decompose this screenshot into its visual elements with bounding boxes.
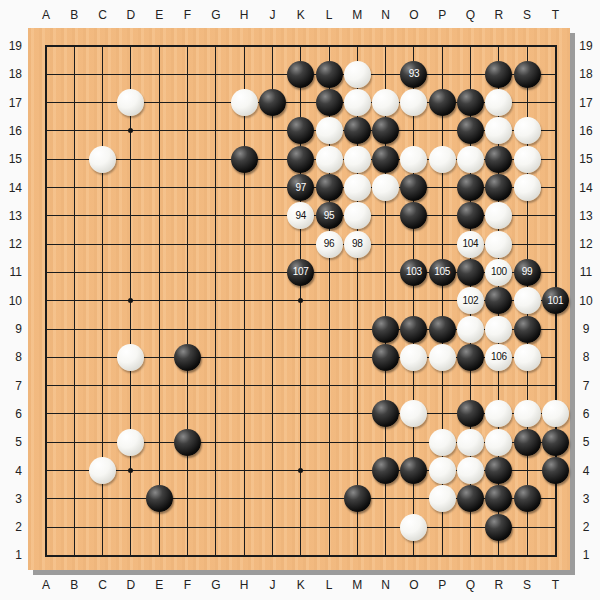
stone-M16-black	[344, 117, 371, 144]
coord-label-right-9: 9	[576, 322, 596, 336]
stone-S9-black	[514, 316, 541, 343]
coord-label-right-8: 8	[576, 350, 596, 364]
stone-P15-white	[429, 146, 456, 173]
coord-label-right-19: 19	[576, 39, 596, 53]
stone-L16-white	[316, 117, 343, 144]
coord-label-top-S: S	[517, 8, 537, 22]
stone-P3-white	[429, 485, 456, 512]
move-number-label: 104	[463, 239, 479, 249]
coord-label-left-7: 7	[2, 379, 22, 393]
stone-P11-black: 105	[429, 259, 456, 286]
coord-label-bottom-M: M	[347, 578, 367, 592]
stone-P17-black	[429, 89, 456, 116]
move-number-label: 105	[434, 267, 450, 277]
stone-D8-white	[117, 344, 144, 371]
coord-label-left-8: 8	[2, 350, 22, 364]
coord-label-left-11: 11	[2, 265, 22, 279]
move-number-label: 97	[295, 183, 306, 193]
stone-Q9-white	[457, 316, 484, 343]
coord-label-top-M: M	[347, 8, 367, 22]
coord-label-bottom-G: G	[206, 578, 226, 592]
stone-F5-black	[174, 429, 201, 456]
stone-Q17-black	[457, 89, 484, 116]
stone-K11-black: 107	[287, 259, 314, 286]
coord-label-right-18: 18	[576, 67, 596, 81]
stone-Q12-white: 104	[457, 231, 484, 258]
move-number-label: 98	[352, 239, 363, 249]
coord-label-top-T: T	[545, 8, 565, 22]
coord-label-top-N: N	[376, 8, 396, 22]
coord-label-bottom-K: K	[291, 578, 311, 592]
stone-Q5-white	[457, 429, 484, 456]
stone-Q11-black	[457, 259, 484, 286]
coord-label-top-F: F	[178, 8, 198, 22]
stone-N15-black	[372, 146, 399, 173]
stone-H17-white	[231, 89, 258, 116]
move-number-label: 99	[522, 267, 533, 277]
stone-O2-white	[400, 514, 427, 541]
stone-R8-white: 106	[485, 344, 512, 371]
coord-label-bottom-B: B	[64, 578, 84, 592]
coord-label-bottom-R: R	[489, 578, 509, 592]
coord-label-bottom-N: N	[376, 578, 396, 592]
coord-label-right-16: 16	[576, 124, 596, 138]
coord-label-top-K: K	[291, 8, 311, 22]
coord-label-left-3: 3	[2, 492, 22, 506]
coord-label-top-A: A	[36, 8, 56, 22]
coord-label-bottom-J: J	[262, 578, 282, 592]
coord-label-left-10: 10	[2, 294, 22, 308]
stone-L17-black	[316, 89, 343, 116]
coord-label-bottom-T: T	[545, 578, 565, 592]
move-number-label: 93	[409, 69, 420, 79]
stone-T5-black	[542, 429, 569, 456]
move-number-label: 107	[293, 267, 309, 277]
stone-Q4-white	[457, 457, 484, 484]
coord-label-bottom-Q: Q	[461, 578, 481, 592]
stone-Q15-white	[457, 146, 484, 173]
coord-label-right-5: 5	[576, 435, 596, 449]
coord-label-left-9: 9	[2, 322, 22, 336]
stone-R15-black	[485, 146, 512, 173]
stone-O9-black	[400, 316, 427, 343]
coord-label-right-6: 6	[576, 407, 596, 421]
coord-label-left-13: 13	[2, 209, 22, 223]
stone-H15-black	[231, 146, 258, 173]
stone-M13-white	[344, 202, 371, 229]
stone-R9-white	[485, 316, 512, 343]
stone-P9-black	[429, 316, 456, 343]
coord-label-top-P: P	[432, 8, 452, 22]
coord-label-bottom-A: A	[36, 578, 56, 592]
coord-label-bottom-O: O	[404, 578, 424, 592]
stone-M14-white	[344, 174, 371, 201]
coord-label-top-H: H	[234, 8, 254, 22]
move-number-label: 101	[547, 296, 563, 306]
coord-label-right-17: 17	[576, 96, 596, 110]
coord-label-left-17: 17	[2, 96, 22, 110]
stone-D5-white	[117, 429, 144, 456]
stone-S6-white	[514, 400, 541, 427]
stone-Q10-white: 102	[457, 287, 484, 314]
stone-K15-black	[287, 146, 314, 173]
stone-S10-white	[514, 287, 541, 314]
stone-R2-black	[485, 514, 512, 541]
stone-S3-black	[514, 485, 541, 512]
stone-L18-black	[316, 61, 343, 88]
stone-N4-black	[372, 457, 399, 484]
coord-label-bottom-F: F	[178, 578, 198, 592]
stone-F8-black	[174, 344, 201, 371]
stone-P4-white	[429, 457, 456, 484]
stone-M15-white	[344, 146, 371, 173]
move-number-label: 100	[491, 267, 507, 277]
go-game-screen: 93979495969810410710310510099102101106 A…	[0, 0, 600, 600]
move-number-label: 102	[463, 296, 479, 306]
stone-O18-black: 93	[400, 61, 427, 88]
stone-Q8-black	[457, 344, 484, 371]
stone-O15-white	[400, 146, 427, 173]
stone-K18-black	[287, 61, 314, 88]
stone-T4-black	[542, 457, 569, 484]
move-number-label: 94	[295, 211, 306, 221]
stone-R11-white: 100	[485, 259, 512, 286]
stone-N17-white	[372, 89, 399, 116]
stone-S5-black	[514, 429, 541, 456]
stone-O8-white	[400, 344, 427, 371]
coord-label-right-14: 14	[576, 181, 596, 195]
stone-P8-white	[429, 344, 456, 371]
coord-label-bottom-P: P	[432, 578, 452, 592]
stone-S15-white	[514, 146, 541, 173]
stone-S18-black	[514, 61, 541, 88]
stone-T6-white	[542, 400, 569, 427]
stone-N14-white	[372, 174, 399, 201]
coord-label-right-12: 12	[576, 237, 596, 251]
coord-label-left-6: 6	[2, 407, 22, 421]
coord-label-left-1: 1	[2, 548, 22, 562]
stone-M3-black	[344, 485, 371, 512]
coord-label-bottom-L: L	[319, 578, 339, 592]
coord-label-top-B: B	[64, 8, 84, 22]
stone-C4-white	[89, 457, 116, 484]
coord-label-left-4: 4	[2, 464, 22, 478]
coord-label-top-O: O	[404, 8, 424, 22]
stone-R18-black	[485, 61, 512, 88]
coord-label-top-G: G	[206, 8, 226, 22]
coord-label-top-Q: Q	[461, 8, 481, 22]
coord-label-left-2: 2	[2, 520, 22, 534]
move-number-label: 106	[491, 352, 507, 362]
stone-J17-black	[259, 89, 286, 116]
coord-label-left-18: 18	[2, 67, 22, 81]
stone-L14-black	[316, 174, 343, 201]
stone-S8-white	[514, 344, 541, 371]
coord-label-right-7: 7	[576, 379, 596, 393]
move-number-label: 95	[324, 211, 335, 221]
coord-label-left-12: 12	[2, 237, 22, 251]
coord-label-top-D: D	[121, 8, 141, 22]
coord-label-bottom-S: S	[517, 578, 537, 592]
coord-label-left-14: 14	[2, 181, 22, 195]
stone-N8-black	[372, 344, 399, 371]
coord-label-right-10: 10	[576, 294, 596, 308]
coord-label-bottom-H: H	[234, 578, 254, 592]
grid-line-horizontal	[46, 555, 555, 556]
go-board[interactable]: 93979495969810410710310510099102101106	[28, 28, 570, 570]
coord-label-bottom-D: D	[121, 578, 141, 592]
coord-label-top-L: L	[319, 8, 339, 22]
stone-L13-black: 95	[316, 202, 343, 229]
coord-label-right-4: 4	[576, 464, 596, 478]
coord-label-right-1: 1	[576, 548, 596, 562]
stone-M18-white	[344, 61, 371, 88]
move-number-label: 96	[324, 239, 335, 249]
stone-C15-white	[89, 146, 116, 173]
stone-R12-white	[485, 231, 512, 258]
stone-S14-white	[514, 174, 541, 201]
stone-S16-white	[514, 117, 541, 144]
move-number-label: 103	[406, 267, 422, 277]
coord-label-bottom-E: E	[149, 578, 169, 592]
coord-label-left-16: 16	[2, 124, 22, 138]
coord-label-right-2: 2	[576, 520, 596, 534]
stone-M17-white	[344, 89, 371, 116]
grid-line-horizontal	[46, 385, 555, 386]
coord-label-right-13: 13	[576, 209, 596, 223]
coord-label-top-J: J	[262, 8, 282, 22]
coord-label-left-15: 15	[2, 152, 22, 166]
stone-P5-white	[429, 429, 456, 456]
stone-M12-white: 98	[344, 231, 371, 258]
stone-T10-black: 101	[542, 287, 569, 314]
coord-label-right-3: 3	[576, 492, 596, 506]
stone-Q14-black	[457, 174, 484, 201]
coord-label-top-R: R	[489, 8, 509, 22]
stone-E3-black	[146, 485, 173, 512]
coord-label-left-5: 5	[2, 435, 22, 449]
stone-S11-black: 99	[514, 259, 541, 286]
coord-label-right-15: 15	[576, 152, 596, 166]
coord-label-bottom-C: C	[93, 578, 113, 592]
coord-label-top-C: C	[93, 8, 113, 22]
stone-L15-white	[316, 146, 343, 173]
coord-label-left-19: 19	[2, 39, 22, 53]
stone-L12-white: 96	[316, 231, 343, 258]
stone-K14-black: 97	[287, 174, 314, 201]
grid-line-horizontal	[46, 527, 555, 528]
coord-label-top-E: E	[149, 8, 169, 22]
stone-R5-white	[485, 429, 512, 456]
stone-N9-black	[372, 316, 399, 343]
coord-label-right-11: 11	[576, 265, 596, 279]
